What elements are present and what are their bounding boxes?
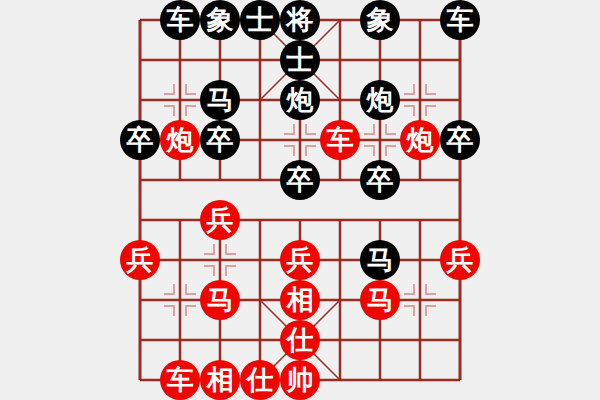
- point-mark: [426, 284, 436, 294]
- point-mark: [204, 266, 214, 276]
- red-elephant-piece[interactable]: 相: [280, 280, 320, 320]
- point-mark: [404, 106, 414, 116]
- point-mark: [186, 106, 196, 116]
- black-soldier-piece[interactable]: 卒: [280, 160, 320, 200]
- point-mark: [404, 84, 414, 94]
- black-elephant-piece[interactable]: 象: [360, 0, 400, 40]
- black-soldier-piece[interactable]: 卒: [360, 160, 400, 200]
- point-mark: [426, 306, 436, 316]
- red-soldier-piece[interactable]: 兵: [280, 240, 320, 280]
- point-mark: [284, 146, 294, 156]
- point-mark: [164, 306, 174, 316]
- black-horse-piece[interactable]: 马: [200, 80, 240, 120]
- red-elephant-piece[interactable]: 相: [200, 360, 240, 400]
- red-chariot-piece[interactable]: 车: [320, 120, 360, 160]
- point-mark: [164, 284, 174, 294]
- point-mark: [404, 306, 414, 316]
- red-general-piece[interactable]: 帅: [280, 360, 320, 400]
- black-chariot-piece[interactable]: 车: [160, 0, 200, 40]
- point-mark: [404, 284, 414, 294]
- black-horse-piece[interactable]: 马: [360, 240, 400, 280]
- point-mark: [164, 106, 174, 116]
- point-mark: [186, 284, 196, 294]
- point-mark: [426, 84, 436, 94]
- point-mark: [364, 124, 374, 134]
- black-cannon-piece[interactable]: 炮: [360, 80, 400, 120]
- red-advisor-piece[interactable]: 仕: [280, 320, 320, 360]
- red-soldier-piece[interactable]: 兵: [120, 240, 160, 280]
- point-mark: [186, 306, 196, 316]
- point-mark: [164, 84, 174, 94]
- point-mark: [426, 106, 436, 116]
- red-soldier-piece[interactable]: 兵: [200, 200, 240, 240]
- point-mark: [186, 84, 196, 94]
- red-horse-piece[interactable]: 马: [360, 280, 400, 320]
- red-cannon-piece[interactable]: 炮: [400, 120, 440, 160]
- black-chariot-piece[interactable]: 车: [440, 0, 480, 40]
- black-soldier-piece[interactable]: 卒: [120, 120, 160, 160]
- point-mark: [204, 244, 214, 254]
- red-cannon-piece[interactable]: 炮: [160, 120, 200, 160]
- point-mark: [306, 124, 316, 134]
- black-elephant-piece[interactable]: 象: [200, 0, 240, 40]
- point-mark: [306, 146, 316, 156]
- xiangqi-board[interactable]: 车象士将象车士马炮炮卒炮卒车炮卒卒卒兵兵兵马兵马相马仕车相仕帅: [0, 0, 600, 400]
- black-soldier-piece[interactable]: 卒: [200, 120, 240, 160]
- point-mark: [386, 124, 396, 134]
- black-general-piece[interactable]: 将: [280, 0, 320, 40]
- point-mark: [226, 266, 236, 276]
- black-advisor-piece[interactable]: 士: [280, 40, 320, 80]
- black-cannon-piece[interactable]: 炮: [280, 80, 320, 120]
- black-advisor-piece[interactable]: 士: [240, 0, 280, 40]
- point-mark: [226, 244, 236, 254]
- black-soldier-piece[interactable]: 卒: [440, 120, 480, 160]
- red-soldier-piece[interactable]: 兵: [440, 240, 480, 280]
- red-advisor-piece[interactable]: 仕: [240, 360, 280, 400]
- point-mark: [364, 146, 374, 156]
- red-horse-piece[interactable]: 马: [200, 280, 240, 320]
- point-mark: [284, 124, 294, 134]
- point-mark: [386, 146, 396, 156]
- red-chariot-piece[interactable]: 车: [160, 360, 200, 400]
